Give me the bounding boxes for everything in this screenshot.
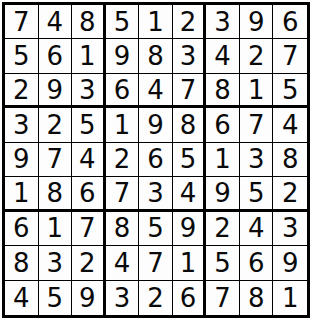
sudoku-cell-r3c1[interactable]: 2	[5, 74, 39, 108]
sudoku-cell-r4c3[interactable]: 5	[72, 108, 106, 142]
sudoku-cell-r4c4[interactable]: 1	[106, 108, 140, 142]
sudoku-cell-r7c9[interactable]: 3	[273, 212, 307, 246]
sudoku-cell-r3c8[interactable]: 1	[240, 74, 274, 108]
sudoku-cell-r6c1[interactable]: 1	[5, 177, 39, 211]
sudoku-cell-r8c1[interactable]: 8	[5, 246, 39, 280]
sudoku-cell-r5c8[interactable]: 3	[240, 143, 274, 177]
sudoku-cell-r7c3[interactable]: 7	[72, 212, 106, 246]
sudoku-cell-r7c5[interactable]: 5	[139, 212, 173, 246]
sudoku-cell-r8c7[interactable]: 5	[206, 246, 240, 280]
sudoku-cell-r3c5[interactable]: 4	[139, 74, 173, 108]
sudoku-cell-r7c2[interactable]: 1	[39, 212, 73, 246]
sudoku-cell-r3c4[interactable]: 6	[106, 74, 140, 108]
sudoku-cell-r7c1[interactable]: 6	[5, 212, 39, 246]
sudoku-board: 7485123965619834272936478153251986749742…	[2, 2, 310, 318]
sudoku-cell-r2c2[interactable]: 6	[39, 39, 73, 73]
sudoku-cell-r2c6[interactable]: 3	[173, 39, 207, 73]
sudoku-cell-r5c4[interactable]: 2	[106, 143, 140, 177]
sudoku-cell-r3c9[interactable]: 5	[273, 74, 307, 108]
sudoku-cell-r5c6[interactable]: 5	[173, 143, 207, 177]
sudoku-cell-r6c5[interactable]: 3	[139, 177, 173, 211]
sudoku-cell-r9c5[interactable]: 2	[139, 281, 173, 315]
sudoku-cell-r1c4[interactable]: 5	[106, 5, 140, 39]
sudoku-cell-r8c4[interactable]: 4	[106, 246, 140, 280]
sudoku-cell-r4c1[interactable]: 3	[5, 108, 39, 142]
sudoku-cell-r3c2[interactable]: 9	[39, 74, 73, 108]
sudoku-cell-r5c9[interactable]: 8	[273, 143, 307, 177]
sudoku-cell-r4c8[interactable]: 7	[240, 108, 274, 142]
sudoku-cell-r3c7[interactable]: 8	[206, 74, 240, 108]
sudoku-cell-r2c1[interactable]: 5	[5, 39, 39, 73]
sudoku-cell-r5c1[interactable]: 9	[5, 143, 39, 177]
sudoku-cell-r4c5[interactable]: 9	[139, 108, 173, 142]
sudoku-cell-r5c3[interactable]: 4	[72, 143, 106, 177]
sudoku-cell-r1c8[interactable]: 9	[240, 5, 274, 39]
sudoku-cell-r4c2[interactable]: 2	[39, 108, 73, 142]
sudoku-cell-r2c3[interactable]: 1	[72, 39, 106, 73]
sudoku-cell-r1c7[interactable]: 3	[206, 5, 240, 39]
sudoku-cell-r2c8[interactable]: 2	[240, 39, 274, 73]
sudoku-cell-r6c4[interactable]: 7	[106, 177, 140, 211]
sudoku-cell-r9c8[interactable]: 8	[240, 281, 274, 315]
sudoku-cell-r3c6[interactable]: 7	[173, 74, 207, 108]
sudoku-cell-r6c3[interactable]: 6	[72, 177, 106, 211]
sudoku-cell-r4c9[interactable]: 4	[273, 108, 307, 142]
sudoku-cell-r4c7[interactable]: 6	[206, 108, 240, 142]
sudoku-cell-r6c8[interactable]: 5	[240, 177, 274, 211]
sudoku-cell-r2c9[interactable]: 7	[273, 39, 307, 73]
sudoku-cell-r1c1[interactable]: 7	[5, 5, 39, 39]
sudoku-cell-r8c5[interactable]: 7	[139, 246, 173, 280]
sudoku-cell-r9c7[interactable]: 7	[206, 281, 240, 315]
sudoku-cell-r8c2[interactable]: 3	[39, 246, 73, 280]
sudoku-cell-r6c2[interactable]: 8	[39, 177, 73, 211]
board-wrapper: 7485123965619834272936478153251986749742…	[0, 0, 312, 320]
sudoku-cell-r2c7[interactable]: 4	[206, 39, 240, 73]
sudoku-cell-r8c3[interactable]: 2	[72, 246, 106, 280]
sudoku-cell-r4c6[interactable]: 8	[173, 108, 207, 142]
sudoku-cell-r1c9[interactable]: 6	[273, 5, 307, 39]
sudoku-cell-r9c6[interactable]: 6	[173, 281, 207, 315]
sudoku-cell-r6c6[interactable]: 4	[173, 177, 207, 211]
sudoku-cell-r9c4[interactable]: 3	[106, 281, 140, 315]
sudoku-cell-r9c2[interactable]: 5	[39, 281, 73, 315]
sudoku-cell-r1c3[interactable]: 8	[72, 5, 106, 39]
sudoku-cell-r6c9[interactable]: 2	[273, 177, 307, 211]
sudoku-cell-r8c6[interactable]: 1	[173, 246, 207, 280]
sudoku-cell-r1c2[interactable]: 4	[39, 5, 73, 39]
sudoku-cell-r8c9[interactable]: 9	[273, 246, 307, 280]
sudoku-cell-r7c6[interactable]: 9	[173, 212, 207, 246]
sudoku-cell-r9c1[interactable]: 4	[5, 281, 39, 315]
sudoku-cell-r9c9[interactable]: 1	[273, 281, 307, 315]
sudoku-cell-r8c8[interactable]: 6	[240, 246, 274, 280]
sudoku-cell-r7c7[interactable]: 2	[206, 212, 240, 246]
sudoku-cell-r5c5[interactable]: 6	[139, 143, 173, 177]
sudoku-cell-r7c4[interactable]: 8	[106, 212, 140, 246]
sudoku-cell-r7c8[interactable]: 4	[240, 212, 274, 246]
sudoku-cell-r9c3[interactable]: 9	[72, 281, 106, 315]
sudoku-cell-r5c7[interactable]: 1	[206, 143, 240, 177]
sudoku-cell-r2c5[interactable]: 8	[139, 39, 173, 73]
sudoku-cell-r3c3[interactable]: 3	[72, 74, 106, 108]
sudoku-cell-r5c2[interactable]: 7	[39, 143, 73, 177]
sudoku-cell-r1c6[interactable]: 2	[173, 5, 207, 39]
sudoku-cell-r1c5[interactable]: 1	[139, 5, 173, 39]
sudoku-cell-r2c4[interactable]: 9	[106, 39, 140, 73]
sudoku-cell-r6c7[interactable]: 9	[206, 177, 240, 211]
